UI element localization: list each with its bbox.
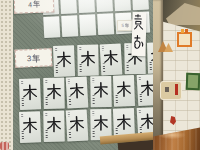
kanji-moku-glyph — [68, 81, 86, 101]
dark-mark-icon — [165, 87, 169, 92]
grade-label-5nen: 5 — [117, 20, 133, 31]
year-kanji-icon — [32, 53, 40, 62]
blank-sheet — [114, 0, 131, 11]
blank-sheet — [79, 14, 96, 36]
grade-label-top-left: 4 — [14, 0, 55, 14]
photo-scene: 4 3 5 — [0, 0, 200, 150]
kanji-sheet — [66, 109, 89, 141]
kanji-moku-glyph — [115, 79, 133, 99]
wall-edge-pillar — [153, 0, 163, 140]
kanji-moku-glyph — [102, 48, 120, 68]
kanji-moku-glyph — [138, 78, 153, 98]
bulletin-board: 4 3 5 — [13, 0, 153, 150]
kanji-moku-glyph — [138, 111, 153, 131]
green-framed-picture — [186, 73, 200, 90]
kanji-moku-glyph — [68, 114, 86, 134]
kanji-moku-glyph — [115, 112, 133, 132]
blank-sheet — [97, 13, 114, 35]
kanji-moku-glyph — [21, 82, 39, 102]
kanji-moku-glyph — [21, 115, 39, 135]
kanji-sheet — [66, 76, 89, 108]
kanji-moku-glyph — [79, 49, 96, 68]
kanji-sheet — [53, 45, 75, 77]
blank-sheet — [132, 0, 149, 10]
kanji-sheet — [19, 78, 41, 110]
kanji-sheet — [19, 111, 41, 143]
sample-strip-yomu — [131, 12, 146, 56]
kanji-sheet — [90, 76, 112, 107]
kanji-sheet — [43, 78, 65, 109]
kanji-sheet — [100, 43, 123, 75]
kanji-sheet — [77, 45, 99, 76]
year-kanji-icon — [33, 0, 40, 8]
house-craft — [160, 81, 182, 100]
yomu-calligraphy-icon — [131, 12, 146, 56]
grade-digit: 3 — [27, 54, 32, 63]
kanji-moku-glyph — [45, 82, 62, 101]
pegboard-panel — [0, 0, 14, 150]
blank-sheet — [60, 0, 77, 14]
blank-sheet — [96, 0, 113, 12]
year-kanji-icon — [124, 23, 128, 28]
boat-craft — [158, 38, 174, 52]
kanji-sheet-row-2 — [19, 74, 153, 110]
red-paper-scrap — [0, 142, 9, 150]
corridor-view — [153, 0, 200, 150]
kanji-moku-glyph — [92, 113, 109, 132]
blank-sheet — [61, 15, 78, 37]
orange-frame-craft — [177, 32, 192, 47]
blank-sheet — [43, 16, 60, 38]
kanji-sheet — [136, 74, 153, 106]
blank-sheet — [78, 0, 95, 13]
grade-label-3nen: 3 — [15, 48, 53, 68]
grade-digit: 4 — [28, 1, 32, 8]
kanji-sheet — [113, 75, 135, 107]
kanji-moku-glyph — [45, 115, 62, 134]
red-strip-icon — [175, 84, 179, 95]
kanji-moku-glyph — [92, 80, 109, 99]
kanji-moku-glyph — [55, 49, 73, 69]
kanji-sheet — [43, 111, 65, 142]
